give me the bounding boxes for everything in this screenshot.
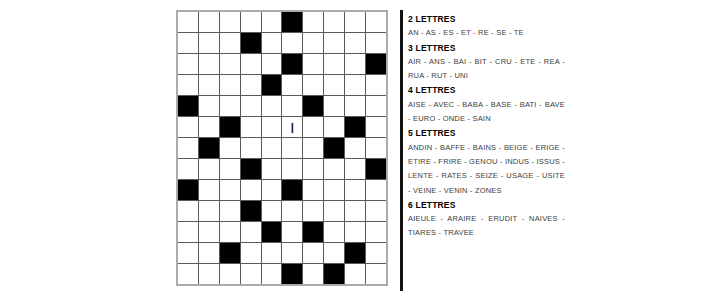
cell-r3c4[interactable] <box>241 54 261 74</box>
cell-r8c7[interactable] <box>303 159 323 179</box>
cell-r10c1[interactable] <box>178 201 198 221</box>
cell-r4c1[interactable] <box>178 75 198 95</box>
cell-r7c10[interactable] <box>366 138 386 158</box>
cell-r8c9[interactable] <box>345 159 365 179</box>
cell-r9c9[interactable] <box>345 180 365 200</box>
cell-r10c2[interactable] <box>199 201 219 221</box>
word-length-heading: 3 LETTRES <box>408 41 565 55</box>
cell-r9c4[interactable] <box>241 180 261 200</box>
cell-r12c10[interactable] <box>366 243 386 263</box>
cell-r1c2[interactable] <box>199 12 219 32</box>
cell-r4c3[interactable] <box>220 75 240 95</box>
black-cell-r1c6 <box>282 12 302 32</box>
cell-r12c2[interactable] <box>199 243 219 263</box>
cell-r10c3[interactable] <box>220 201 240 221</box>
cell-r4c8[interactable] <box>324 75 344 95</box>
cell-r2c7[interactable] <box>303 33 323 53</box>
cell-r11c9[interactable] <box>345 222 365 242</box>
black-cell-r12c9 <box>345 243 365 263</box>
cell-r11c2[interactable] <box>199 222 219 242</box>
cell-r12c5[interactable] <box>262 243 282 263</box>
cell-r9c5[interactable] <box>262 180 282 200</box>
cell-r10c5[interactable] <box>262 201 282 221</box>
black-cell-r12c3 <box>220 243 240 263</box>
cell-r13c10[interactable] <box>366 264 386 284</box>
cell-r1c9[interactable] <box>345 12 365 32</box>
cell-r4c9[interactable] <box>345 75 365 95</box>
black-cell-r10c4 <box>241 201 261 221</box>
cell-r4c2[interactable] <box>199 75 219 95</box>
cell-r10c10[interactable] <box>366 201 386 221</box>
cell-r11c8[interactable] <box>324 222 344 242</box>
word-list: 2 LETTRESAN - AS - ES - ET - RE - SE - T… <box>408 12 565 241</box>
cell-r1c5[interactable] <box>262 12 282 32</box>
black-cell-r9c1 <box>178 180 198 200</box>
black-cell-r5c1 <box>178 96 198 116</box>
cell-r7c5[interactable] <box>262 138 282 158</box>
word-section-2-lettres: 2 LETTRESAN - AS - ES - ET - RE - SE - T… <box>408 12 565 41</box>
black-cell-r7c8 <box>324 138 344 158</box>
cell-r13c3[interactable] <box>220 264 240 284</box>
black-cell-r4c5 <box>262 75 282 95</box>
cell-r5c2[interactable] <box>199 96 219 116</box>
cell-r6c2[interactable] <box>199 117 219 137</box>
cell-r11c1[interactable] <box>178 222 198 242</box>
black-cell-r11c7 <box>303 222 323 242</box>
cell-r9c7[interactable] <box>303 180 323 200</box>
cell-r12c7[interactable] <box>303 243 323 263</box>
cell-r5c5[interactable] <box>262 96 282 116</box>
cell-r7c3[interactable] <box>220 138 240 158</box>
cell-r6c1[interactable] <box>178 117 198 137</box>
cell-r12c6[interactable] <box>282 243 302 263</box>
cell-r7c1[interactable] <box>178 138 198 158</box>
cell-r13c4[interactable] <box>241 264 261 284</box>
word-section-6-lettres: 6 LETTRESAIEULE - ARAIRE - ERUDIT - NAIV… <box>408 198 565 241</box>
cell-r6c7[interactable] <box>303 117 323 137</box>
cell-r2c2[interactable] <box>199 33 219 53</box>
black-cell-r3c6 <box>282 54 302 74</box>
cell-r3c8[interactable] <box>324 54 344 74</box>
cell-r3c7[interactable] <box>303 54 323 74</box>
cell-r2c10[interactable] <box>366 33 386 53</box>
cell-r9c3[interactable] <box>220 180 240 200</box>
black-cell-r7c2 <box>199 138 219 158</box>
black-cell-r6c9 <box>345 117 365 137</box>
word-list-text: AN - AS - ES - ET - RE - SE - TE <box>408 26 565 40</box>
cell-r3c1[interactable] <box>178 54 198 74</box>
cell-r13c1[interactable] <box>178 264 198 284</box>
cell-r5c3[interactable] <box>220 96 240 116</box>
black-cell-r3c10 <box>366 54 386 74</box>
cell-r11c3[interactable] <box>220 222 240 242</box>
cell-r8c6[interactable] <box>282 159 302 179</box>
cell-r5c8[interactable] <box>324 96 344 116</box>
word-length-heading: 4 LETTRES <box>408 83 565 97</box>
puzzle-grid: I <box>176 10 388 286</box>
cell-r4c10[interactable] <box>366 75 386 95</box>
cell-r9c2[interactable] <box>199 180 219 200</box>
cell-r1c10[interactable] <box>366 12 386 32</box>
word-list-text: AIR - ANS - BAI - BIT - CRU - ETE - REA … <box>408 55 565 84</box>
cell-r1c3[interactable] <box>220 12 240 32</box>
cell-r13c5[interactable] <box>262 264 282 284</box>
divider-line <box>400 10 403 291</box>
cell-r5c4[interactable] <box>241 96 261 116</box>
cell-r3c9[interactable] <box>345 54 365 74</box>
black-cell-r5c7 <box>303 96 323 116</box>
cell-r7c4[interactable] <box>241 138 261 158</box>
black-cell-r8c4 <box>241 159 261 179</box>
cell-r2c1[interactable] <box>178 33 198 53</box>
black-cell-r6c3 <box>220 117 240 137</box>
cell-r8c8[interactable] <box>324 159 344 179</box>
cell-r3c2[interactable] <box>199 54 219 74</box>
cell-r6c5[interactable] <box>262 117 282 137</box>
black-cell-r13c6 <box>282 264 302 284</box>
cell-r12c1[interactable] <box>178 243 198 263</box>
cell-r8c1[interactable] <box>178 159 198 179</box>
cell-r2c6[interactable] <box>282 33 302 53</box>
puzzle-page: I 2 LETTRESAN - AS - ES - ET - RE - SE -… <box>0 0 727 300</box>
cell-r1c4[interactable] <box>241 12 261 32</box>
black-cell-r2c4 <box>241 33 261 53</box>
cell-r12c8[interactable] <box>324 243 344 263</box>
cell-r3c5[interactable] <box>262 54 282 74</box>
cell-r8c2[interactable] <box>199 159 219 179</box>
cell-r11c4[interactable] <box>241 222 261 242</box>
cell-r13c2[interactable] <box>199 264 219 284</box>
cell-r3c3[interactable] <box>220 54 240 74</box>
cell-r7c6[interactable] <box>282 138 302 158</box>
black-cell-r9c6 <box>282 180 302 200</box>
cell-r4c6[interactable] <box>282 75 302 95</box>
cell-r9c10[interactable] <box>366 180 386 200</box>
cell-r8c3[interactable] <box>220 159 240 179</box>
word-list-text: AISE - AVEC - BABA - BASE - BATI - BAVE … <box>408 98 565 127</box>
cell-r8c5[interactable] <box>262 159 282 179</box>
cell-r6c8[interactable] <box>324 117 344 137</box>
cell-r2c3[interactable] <box>220 33 240 53</box>
cell-r9c8[interactable] <box>324 180 344 200</box>
word-section-3-lettres: 3 LETTRESAIR - ANS - BAI - BIT - CRU - E… <box>408 41 565 84</box>
cell-r7c7[interactable] <box>303 138 323 158</box>
cell-r12c4[interactable] <box>241 243 261 263</box>
word-section-4-lettres: 4 LETTRESAISE - AVEC - BABA - BASE - BAT… <box>408 83 565 126</box>
black-cell-r8c10 <box>366 159 386 179</box>
cell-r10c7[interactable] <box>303 201 323 221</box>
cell-r10c8[interactable] <box>324 201 344 221</box>
cell-r10c6[interactable] <box>282 201 302 221</box>
cell-r5c10[interactable] <box>366 96 386 116</box>
cell-r1c7[interactable] <box>303 12 323 32</box>
cell-r13c7[interactable] <box>303 264 323 284</box>
cell-r2c9[interactable] <box>345 33 365 53</box>
cell-r13c9[interactable] <box>345 264 365 284</box>
cell-r4c4[interactable] <box>241 75 261 95</box>
black-cell-r11c5 <box>262 222 282 242</box>
cell-r1c8[interactable] <box>324 12 344 32</box>
cell-r7c9[interactable] <box>345 138 365 158</box>
word-list-text: AIEULE - ARAIRE - ERUDIT - NAIVES - TIAR… <box>408 212 565 241</box>
cell-r5c9[interactable] <box>345 96 365 116</box>
cell-r5c6[interactable] <box>282 96 302 116</box>
cell-r6c6[interactable]: I <box>282 117 302 137</box>
cell-r1c1[interactable] <box>178 12 198 32</box>
cell-r11c10[interactable] <box>366 222 386 242</box>
word-length-heading: 6 LETTRES <box>408 198 565 212</box>
cell-r6c10[interactable] <box>366 117 386 137</box>
cell-r2c8[interactable] <box>324 33 344 53</box>
cell-r6c4[interactable] <box>241 117 261 137</box>
cell-r10c9[interactable] <box>345 201 365 221</box>
word-section-5-lettres: 5 LETTRESANDIN - BAFFE - BAINS - BEIGE -… <box>408 126 565 197</box>
cell-r2c5[interactable] <box>262 33 282 53</box>
word-length-heading: 5 LETTRES <box>408 126 565 140</box>
black-cell-r13c8 <box>324 264 344 284</box>
cell-r11c6[interactable] <box>282 222 302 242</box>
cell-r4c7[interactable] <box>303 75 323 95</box>
word-list-text: ANDIN - BAFFE - BAINS - BEIGE - ERIGE - … <box>408 141 565 198</box>
word-length-heading: 2 LETTRES <box>408 12 565 26</box>
